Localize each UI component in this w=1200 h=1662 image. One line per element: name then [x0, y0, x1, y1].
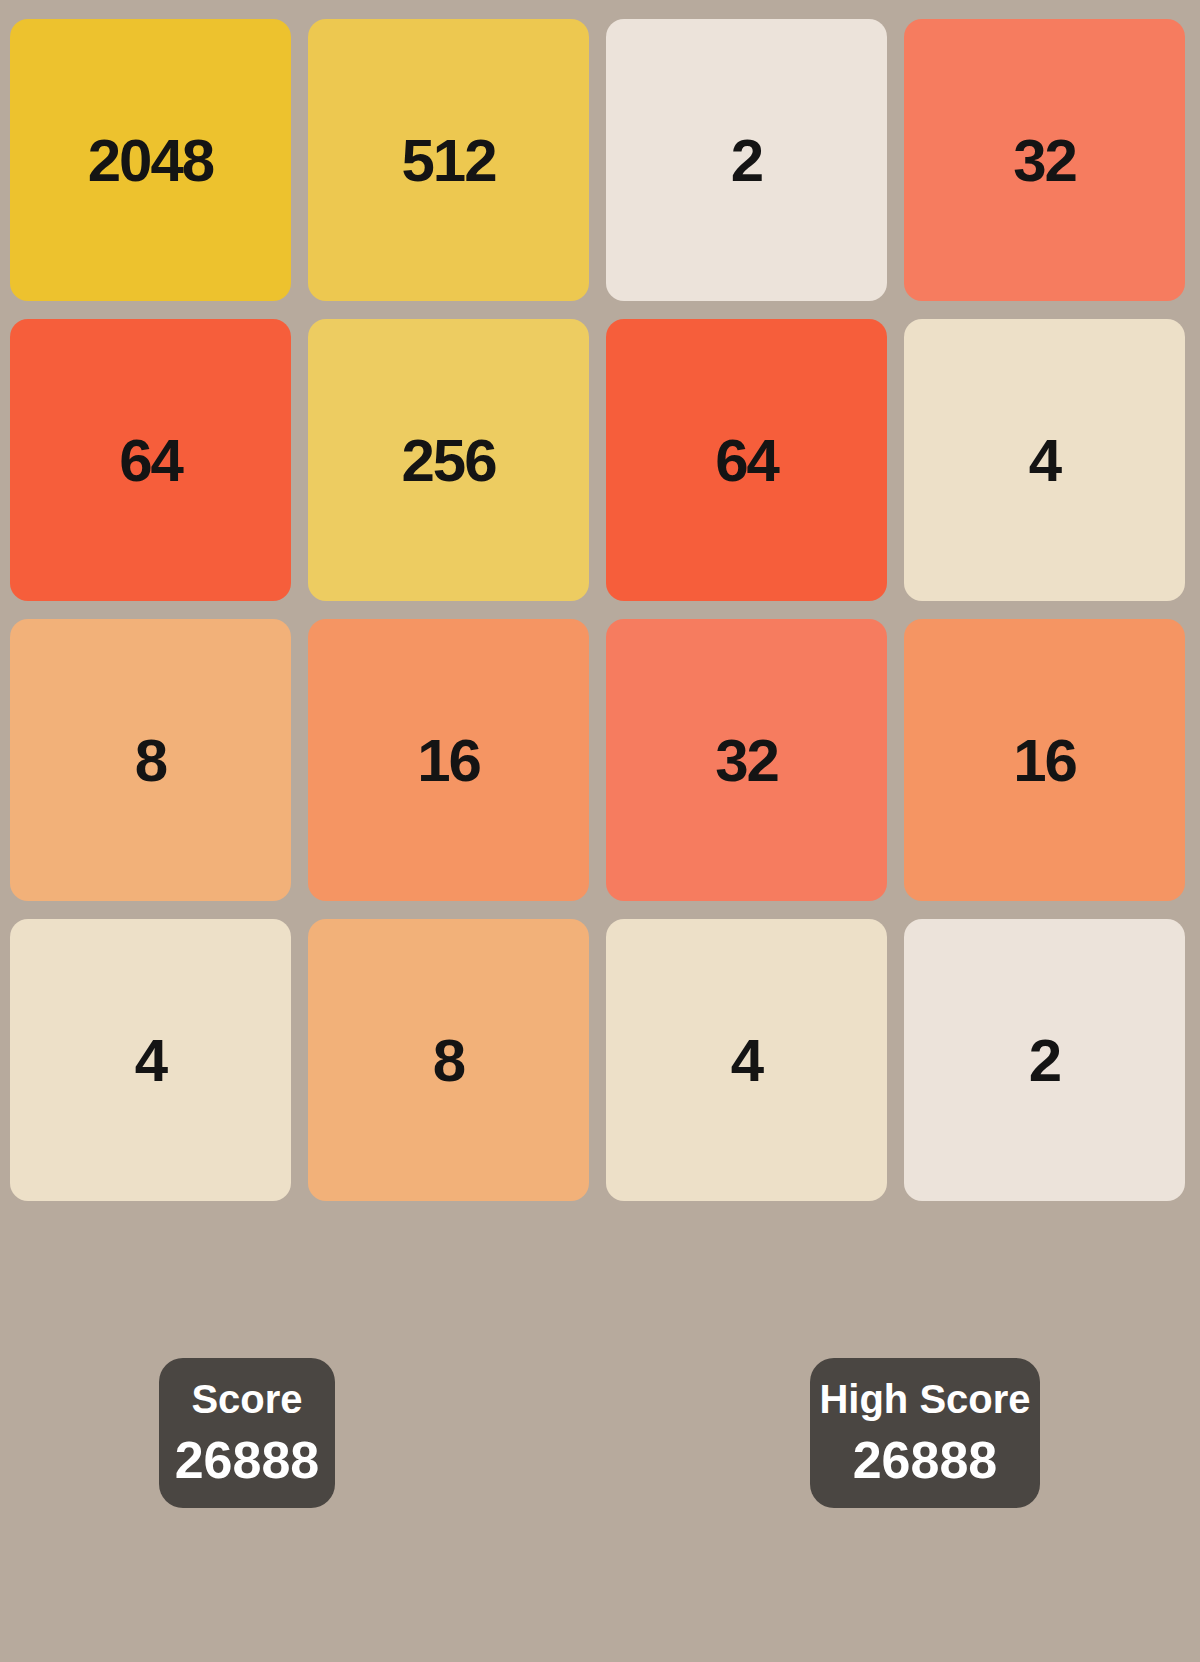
tile-r2c3-64: 64: [606, 319, 887, 601]
tile-r4c2-8: 8: [308, 919, 589, 1201]
tile-r1c2-512: 512: [308, 19, 589, 301]
tile-r1c3-2: 2: [606, 19, 887, 301]
tile-r1c4-32: 32: [904, 19, 1185, 301]
score-label: Score: [191, 1375, 302, 1423]
tile-r2c1-64: 64: [10, 319, 291, 601]
tile-r2c4-4: 4: [904, 319, 1185, 601]
tile-r3c4-16: 16: [904, 619, 1185, 901]
tile-r3c2-16: 16: [308, 619, 589, 901]
tile-r3c1-8: 8: [10, 619, 291, 901]
board[interactable]: 20485122326425664481632164842: [10, 19, 1185, 1201]
score-badge: Score 26888: [159, 1358, 335, 1508]
high-score-value: 26888: [853, 1429, 998, 1491]
high-score-badge: High Score 26888: [810, 1358, 1040, 1508]
score-value: 26888: [175, 1429, 320, 1491]
tile-r4c3-4: 4: [606, 919, 887, 1201]
tile-r4c1-4: 4: [10, 919, 291, 1201]
high-score-label: High Score: [819, 1375, 1030, 1423]
tile-r1c1-2048: 2048: [10, 19, 291, 301]
tile-r3c3-32: 32: [606, 619, 887, 901]
tile-r4c4-2: 2: [904, 919, 1185, 1201]
tile-r2c2-256: 256: [308, 319, 589, 601]
